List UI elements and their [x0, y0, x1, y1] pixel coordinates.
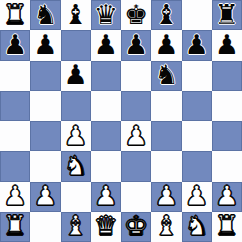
square-h7[interactable]: ♟ — [212, 30, 242, 60]
square-h1[interactable]: ♜ — [212, 212, 242, 242]
black-pawn: ♟ — [33, 31, 57, 58]
square-f1[interactable]: ♝ — [151, 212, 181, 242]
square-e5[interactable] — [121, 91, 151, 121]
square-e8[interactable]: ♚ — [121, 0, 151, 30]
square-e3[interactable] — [121, 151, 151, 181]
square-b7[interactable]: ♟ — [30, 30, 60, 60]
square-a3[interactable] — [0, 151, 30, 181]
white-pawn: ♟ — [64, 122, 88, 149]
white-pawn: ♟ — [33, 182, 57, 209]
square-c4[interactable]: ♟ — [61, 121, 91, 151]
white-rook: ♜ — [3, 212, 27, 239]
square-f7[interactable]: ♟ — [151, 30, 181, 60]
white-pawn: ♟ — [215, 182, 239, 209]
square-b4[interactable] — [30, 121, 60, 151]
square-e4[interactable]: ♟ — [121, 121, 151, 151]
chessboard: ♜♞♝♛♚♝♜♟♟♟♟♟♟♟♟♞♟♟♞♟♟♟♟♟♟♜♝♛♚♝♞♜ — [0, 0, 242, 242]
square-h6[interactable] — [212, 61, 242, 91]
square-d1[interactable]: ♛ — [91, 212, 121, 242]
square-h5[interactable] — [212, 91, 242, 121]
square-d3[interactable] — [91, 151, 121, 181]
square-h2[interactable]: ♟ — [212, 182, 242, 212]
square-c3[interactable]: ♞ — [61, 151, 91, 181]
square-h3[interactable] — [212, 151, 242, 181]
square-f8[interactable]: ♝ — [151, 0, 181, 30]
square-b1[interactable] — [30, 212, 60, 242]
square-b6[interactable] — [30, 61, 60, 91]
square-e6[interactable] — [121, 61, 151, 91]
square-b3[interactable] — [30, 151, 60, 181]
square-f5[interactable] — [151, 91, 181, 121]
black-knight: ♞ — [154, 61, 178, 88]
black-knight: ♞ — [33, 1, 57, 28]
black-bishop: ♝ — [64, 1, 88, 28]
square-f2[interactable]: ♟ — [151, 182, 181, 212]
black-pawn: ♟ — [185, 31, 209, 58]
square-d4[interactable] — [91, 121, 121, 151]
white-pawn: ♟ — [154, 182, 178, 209]
square-g1[interactable]: ♞ — [182, 212, 212, 242]
black-pawn: ♟ — [154, 31, 178, 58]
square-g2[interactable]: ♟ — [182, 182, 212, 212]
square-a1[interactable]: ♜ — [0, 212, 30, 242]
black-rook: ♜ — [215, 1, 239, 28]
white-bishop: ♝ — [64, 212, 88, 239]
square-g8[interactable] — [182, 0, 212, 30]
square-g7[interactable]: ♟ — [182, 30, 212, 60]
black-pawn: ♟ — [64, 61, 88, 88]
white-king: ♚ — [124, 212, 148, 239]
white-rook: ♜ — [3, 1, 27, 28]
square-c2[interactable] — [61, 182, 91, 212]
black-king: ♚ — [124, 1, 148, 28]
square-h4[interactable] — [212, 121, 242, 151]
white-knight: ♞ — [64, 152, 88, 179]
square-f4[interactable] — [151, 121, 181, 151]
square-g5[interactable] — [182, 91, 212, 121]
square-a5[interactable] — [0, 91, 30, 121]
square-e1[interactable]: ♚ — [121, 212, 151, 242]
square-b2[interactable]: ♟ — [30, 182, 60, 212]
white-pawn: ♟ — [124, 122, 148, 149]
white-queen: ♛ — [94, 212, 118, 239]
square-a2[interactable]: ♟ — [0, 182, 30, 212]
square-c7[interactable] — [61, 30, 91, 60]
square-d6[interactable] — [91, 61, 121, 91]
white-rook: ♜ — [215, 212, 239, 239]
square-e7[interactable]: ♟ — [121, 30, 151, 60]
square-f6[interactable]: ♞ — [151, 61, 181, 91]
square-f3[interactable] — [151, 151, 181, 181]
black-pawn: ♟ — [215, 31, 239, 58]
black-pawn: ♟ — [3, 31, 27, 58]
black-queen: ♛ — [94, 1, 118, 28]
square-e2[interactable] — [121, 182, 151, 212]
square-c1[interactable]: ♝ — [61, 212, 91, 242]
square-g6[interactable] — [182, 61, 212, 91]
square-a4[interactable] — [0, 121, 30, 151]
square-c6[interactable]: ♟ — [61, 61, 91, 91]
square-d2[interactable]: ♟ — [91, 182, 121, 212]
white-knight: ♞ — [185, 212, 209, 239]
black-pawn: ♟ — [94, 31, 118, 58]
square-h8[interactable]: ♜ — [212, 0, 242, 30]
black-bishop: ♝ — [154, 1, 178, 28]
square-b8[interactable]: ♞ — [30, 0, 60, 30]
white-bishop: ♝ — [154, 212, 178, 239]
square-d7[interactable]: ♟ — [91, 30, 121, 60]
square-g3[interactable] — [182, 151, 212, 181]
square-a8[interactable]: ♜ — [0, 0, 30, 30]
square-d8[interactable]: ♛ — [91, 0, 121, 30]
square-c5[interactable] — [61, 91, 91, 121]
square-c8[interactable]: ♝ — [61, 0, 91, 30]
white-pawn: ♟ — [185, 182, 209, 209]
square-d5[interactable] — [91, 91, 121, 121]
square-g4[interactable] — [182, 121, 212, 151]
square-a6[interactable] — [0, 61, 30, 91]
square-a7[interactable]: ♟ — [0, 30, 30, 60]
square-b5[interactable] — [30, 91, 60, 121]
white-pawn: ♟ — [94, 182, 118, 209]
black-pawn: ♟ — [124, 31, 148, 58]
white-pawn: ♟ — [3, 182, 27, 209]
